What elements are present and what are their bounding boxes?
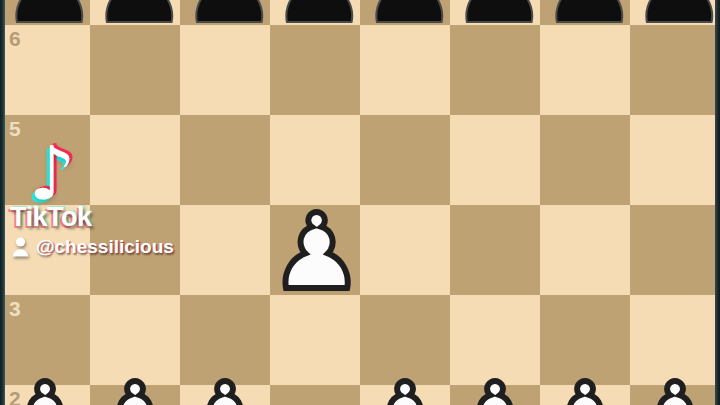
music-note-icon-white-layer: ♪: [16, 134, 88, 212]
square-h4: [630, 205, 720, 295]
square-e6: [360, 25, 450, 115]
square-f6: [450, 25, 540, 115]
square-b7: [90, 0, 180, 25]
person-icon: [12, 237, 29, 257]
creator-attribution: @chessilicious: [12, 236, 174, 258]
square-h7: [630, 0, 720, 25]
square-g2: [540, 385, 630, 405]
square-b2: [90, 385, 180, 405]
square-c4: [180, 205, 270, 295]
square-e3: [360, 295, 450, 385]
square-g3: [540, 295, 630, 385]
square-b6: [90, 25, 180, 115]
square-g7: [540, 0, 630, 25]
square-g4: [540, 205, 630, 295]
square-f5: [450, 115, 540, 205]
square-d6: [270, 25, 360, 115]
square-e7: [360, 0, 450, 25]
username-handle: @chessilicious: [36, 236, 174, 258]
square-h2: [630, 385, 720, 405]
tiktok-wordmark: TikTok: [10, 202, 92, 233]
square-g6: [540, 25, 630, 115]
square-h5: [630, 115, 720, 205]
video-edge-right: [715, 0, 720, 405]
tiktok-video-frame[interactable]: { "app": { "context": "TikTok chess vide…: [0, 0, 720, 405]
tiktok-music-note-icon: ♪ ♪ ♪: [16, 134, 88, 212]
rank-label-3: 3: [9, 298, 21, 319]
square-d4: [270, 205, 360, 295]
square-e2: [360, 385, 450, 405]
square-e4: [360, 205, 450, 295]
chess-board: [0, 0, 720, 405]
square-b5: [90, 115, 180, 205]
square-c6: [180, 25, 270, 115]
square-b3: [90, 295, 180, 385]
square-f2: [450, 385, 540, 405]
square-f4: [450, 205, 540, 295]
square-a7: [0, 0, 90, 25]
square-f3: [450, 295, 540, 385]
square-c5: [180, 115, 270, 205]
square-g5: [540, 115, 630, 205]
square-c7: [180, 0, 270, 25]
square-d2: [270, 385, 360, 405]
square-f7: [450, 0, 540, 25]
square-h6: [630, 25, 720, 115]
video-edge-left: [0, 0, 5, 405]
square-c3: [180, 295, 270, 385]
square-d5: [270, 115, 360, 205]
square-h3: [630, 295, 720, 385]
rank-label-2: 2: [9, 388, 21, 405]
square-d3: [270, 295, 360, 385]
square-e5: [360, 115, 450, 205]
rank-label-6: 6: [9, 28, 21, 49]
square-c2: [180, 385, 270, 405]
square-d7: [270, 0, 360, 25]
